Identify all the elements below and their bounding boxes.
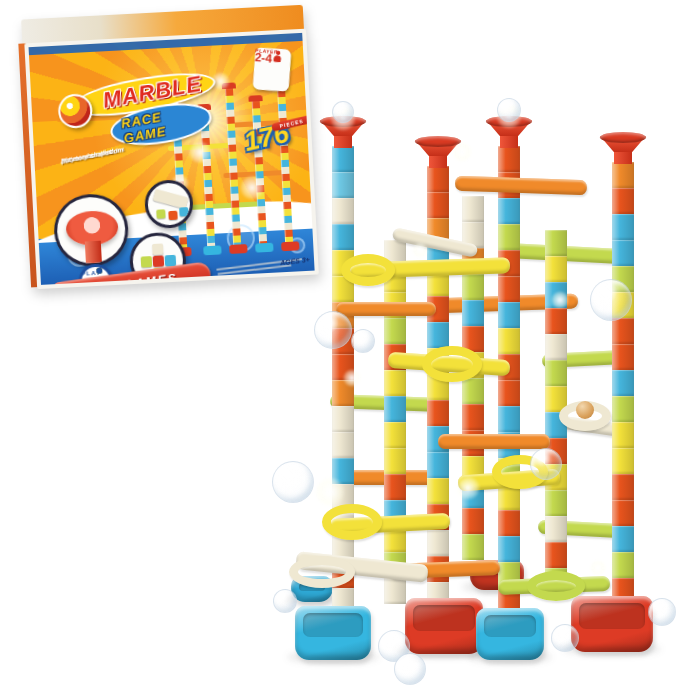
clear-marble <box>332 101 354 123</box>
light-glow <box>315 477 345 507</box>
clear-marble <box>272 461 314 503</box>
track-connector-bar <box>438 434 550 449</box>
clear-marble <box>351 329 375 353</box>
players-badge: 2-4 PLAYER <box>253 47 292 91</box>
clear-marble <box>648 598 676 626</box>
tower-foot-base-top <box>303 613 363 637</box>
box-art-funnel-tip <box>248 95 262 102</box>
box-art-base <box>281 241 299 251</box>
product-photo: MARBLE RACE GAME 2-4 PLAYER 176 PIECES N… <box>0 0 700 700</box>
player-icon <box>274 51 282 62</box>
box-art-base <box>255 243 273 253</box>
clear-marble <box>497 98 521 122</box>
track-connector-bar <box>336 302 436 316</box>
tower-foot-base-top <box>484 615 536 637</box>
clear-marble <box>551 624 579 652</box>
clear-marble <box>273 589 297 613</box>
curved-track-piece <box>422 346 482 382</box>
box-art-base <box>203 245 221 255</box>
curved-track-piece <box>341 254 395 286</box>
box-front-face: MARBLE RACE GAME 2-4 PLAYER 176 PIECES N… <box>24 29 318 289</box>
light-glow <box>412 242 428 258</box>
box-front-art: MARBLE RACE GAME 2-4 PLAYER 176 PIECES N… <box>29 33 315 285</box>
box-art-base <box>229 244 247 254</box>
clear-marble <box>394 653 426 685</box>
retail-box: MARBLE RACE GAME 2-4 PLAYER 176 PIECES N… <box>17 5 321 292</box>
clear-marble <box>590 279 632 321</box>
light-glow <box>590 560 606 576</box>
tower-column-shading <box>427 166 449 608</box>
wooden-marble <box>576 401 594 419</box>
tower-foot-base-top <box>413 605 475 631</box>
light-glow <box>343 369 361 387</box>
tower-column-shading <box>384 240 406 604</box>
funnel-stem-icon <box>85 241 102 264</box>
curved-track-piece <box>322 504 382 540</box>
tower-column-shading <box>498 146 520 614</box>
box-art-column <box>225 89 241 249</box>
clear-marble <box>530 448 562 480</box>
light-glow <box>456 476 480 500</box>
light-glow <box>551 291 569 309</box>
curved-track-piece <box>289 556 355 588</box>
tower-column-shading <box>612 162 634 604</box>
tower-foot-base-top <box>579 603 645 629</box>
light-glow <box>452 142 472 162</box>
clear-marble <box>314 311 352 349</box>
box-art-track <box>183 201 265 210</box>
track-connector-bar <box>455 176 587 196</box>
funnel-rim <box>600 132 646 143</box>
